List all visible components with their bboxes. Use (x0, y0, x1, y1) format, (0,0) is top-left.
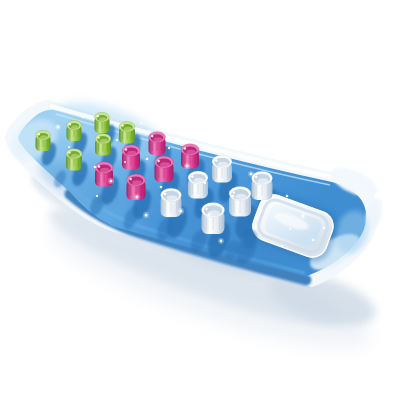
cup-inner-shine (124, 127, 132, 131)
sparkle-halo (218, 238, 224, 244)
sparkle-dot (116, 139, 118, 141)
sparkle-halo (248, 171, 254, 177)
cup-inner-shine (186, 150, 195, 155)
cup-inner-shine (194, 178, 204, 183)
sparkle-halo (300, 213, 306, 219)
sparkle-halo (55, 124, 61, 130)
cup-highlight (69, 123, 71, 125)
sparkle-dot (204, 182, 206, 184)
cup-inner-shine (258, 178, 269, 183)
cup-holder-green (36, 130, 51, 151)
cup-holder-white (212, 155, 232, 182)
sparkle-dot (323, 227, 325, 229)
cup-inner-shine (218, 162, 228, 167)
sparkle-dot (160, 186, 163, 189)
cup-holder-green (95, 112, 110, 133)
cup-highlight (38, 133, 40, 135)
cup-holder-pink (149, 132, 166, 155)
product-photo (0, 0, 400, 400)
cup-highlight (164, 193, 166, 195)
cup-inner-shine (71, 154, 79, 158)
sparkle-dot (286, 195, 289, 198)
cup-inner-shine (167, 195, 178, 200)
sparkle-dot (232, 195, 235, 198)
cup-highlight (255, 176, 257, 178)
cup-holder-pink (155, 156, 174, 182)
sparkle-dot (140, 122, 142, 124)
sparkle-dot (281, 245, 283, 247)
cup-highlight (191, 175, 193, 177)
cup-holder-white (229, 186, 251, 216)
cup-holder-green (119, 121, 135, 143)
cup-highlight (157, 160, 159, 162)
sparkle-halo (252, 224, 258, 230)
cup-inner-shine (132, 180, 142, 185)
sparkle-halo (108, 178, 114, 184)
cup-holder-white (252, 171, 273, 200)
cup-highlight (205, 208, 207, 210)
cup-holder-white (202, 203, 225, 235)
cup-highlight (125, 148, 127, 150)
sparkle-dot (270, 206, 272, 208)
sparkle-dot (146, 158, 149, 161)
cup-inner-shine (100, 139, 108, 143)
cup-holder-green (67, 120, 82, 141)
sparkle-dot (94, 166, 97, 169)
sparkle-halo (134, 194, 140, 200)
sparkle-dot (68, 146, 70, 148)
cup-highlight (233, 191, 235, 193)
sparkle-halo (143, 212, 149, 218)
cup-holder-pink (122, 145, 140, 170)
sparkle-dot (226, 156, 228, 158)
cup-highlight (97, 136, 99, 138)
pool-lounger-illustration (0, 0, 400, 400)
sparkle-dot (96, 195, 98, 197)
sparkle-dot (168, 147, 170, 149)
sparkle-halo (206, 212, 212, 218)
cup-highlight (129, 178, 131, 180)
cup-highlight (151, 135, 153, 137)
cup-inner-shine (235, 194, 246, 200)
cup-holder-green (95, 133, 111, 155)
cup-highlight (68, 151, 70, 153)
cup-holder-white (188, 171, 208, 198)
cup-inner-shine (100, 168, 109, 173)
cup-inner-shine (154, 137, 163, 141)
cup-highlight (215, 159, 217, 161)
sparkle-dot (289, 228, 291, 230)
cup-inner-shine (127, 151, 136, 156)
sparkle-dot (82, 116, 84, 118)
cup-highlight (121, 124, 123, 126)
cup-holder-pink (181, 144, 199, 169)
cup-highlight (98, 165, 100, 167)
cup-highlight (184, 147, 186, 149)
sparkle-halo (178, 208, 185, 215)
sparkle-dot (312, 239, 315, 242)
sparkle-dot (124, 161, 126, 163)
cup-inner-shine (71, 125, 79, 129)
sparkle-halo (184, 163, 190, 169)
cup-inner-shine (40, 135, 48, 139)
cup-holder-green (66, 148, 82, 170)
cup-highlight (97, 115, 99, 117)
cup-inner-shine (99, 117, 107, 121)
cup-inner-shine (160, 162, 170, 167)
